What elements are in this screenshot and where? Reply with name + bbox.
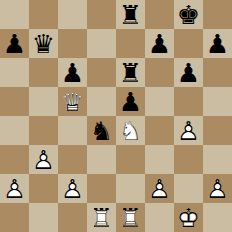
- square-d1[interactable]: ♜♖: [87, 203, 116, 232]
- square-c1[interactable]: [58, 203, 87, 232]
- square-g7[interactable]: [174, 29, 203, 58]
- square-f3[interactable]: [145, 145, 174, 174]
- piece-black-pawn: ♟: [116, 87, 145, 116]
- square-f6[interactable]: [145, 58, 174, 87]
- square-e8[interactable]: ♜: [116, 0, 145, 29]
- square-b3[interactable]: ♟♙: [29, 145, 58, 174]
- square-e3[interactable]: [116, 145, 145, 174]
- square-a1[interactable]: [0, 203, 29, 232]
- square-c7[interactable]: [58, 29, 87, 58]
- square-a3[interactable]: [0, 145, 29, 174]
- square-b1[interactable]: [29, 203, 58, 232]
- square-c2[interactable]: ♟♙: [58, 174, 87, 203]
- square-c6[interactable]: ♟: [58, 58, 87, 87]
- square-d5[interactable]: [87, 87, 116, 116]
- square-h8[interactable]: [203, 0, 232, 29]
- piece-white-pawn: ♟♙: [58, 174, 87, 203]
- square-b8[interactable]: [29, 0, 58, 29]
- piece-black-rook: ♜: [116, 0, 145, 29]
- square-a5[interactable]: [0, 87, 29, 116]
- piece-white-pawn: ♟♙: [145, 174, 174, 203]
- square-d2[interactable]: [87, 174, 116, 203]
- piece-black-rook: ♜: [116, 58, 145, 87]
- square-d8[interactable]: [87, 0, 116, 29]
- piece-black-queen: ♛: [29, 29, 58, 58]
- piece-white-rook: ♜♖: [116, 203, 145, 232]
- square-a7[interactable]: ♟: [0, 29, 29, 58]
- piece-black-pawn: ♟: [145, 29, 174, 58]
- square-e2[interactable]: [116, 174, 145, 203]
- piece-black-pawn: ♟: [0, 29, 29, 58]
- piece-white-queen: ♛♕: [58, 87, 87, 116]
- piece-black-king: ♚: [174, 0, 203, 29]
- piece-white-pawn: ♟♙: [174, 116, 203, 145]
- square-e4[interactable]: ♞♘: [116, 116, 145, 145]
- chess-board: ♜♚♟♛♟♟♟♜♟♛♕♟♞♞♘♟♙♟♙♟♙♟♙♟♙♟♙♜♖♜♖♚♔: [0, 0, 232, 232]
- square-f7[interactable]: ♟: [145, 29, 174, 58]
- square-d3[interactable]: [87, 145, 116, 174]
- piece-white-king: ♚♔: [174, 203, 203, 232]
- square-b2[interactable]: [29, 174, 58, 203]
- square-d4[interactable]: ♞: [87, 116, 116, 145]
- square-f8[interactable]: [145, 0, 174, 29]
- square-c4[interactable]: [58, 116, 87, 145]
- square-d6[interactable]: [87, 58, 116, 87]
- piece-black-pawn: ♟: [203, 29, 232, 58]
- square-e5[interactable]: ♟: [116, 87, 145, 116]
- square-b5[interactable]: [29, 87, 58, 116]
- square-e6[interactable]: ♜: [116, 58, 145, 87]
- square-h7[interactable]: ♟: [203, 29, 232, 58]
- square-f2[interactable]: ♟♙: [145, 174, 174, 203]
- square-h5[interactable]: [203, 87, 232, 116]
- piece-black-pawn: ♟: [174, 58, 203, 87]
- square-g2[interactable]: [174, 174, 203, 203]
- square-c3[interactable]: [58, 145, 87, 174]
- square-g4[interactable]: ♟♙: [174, 116, 203, 145]
- square-f5[interactable]: [145, 87, 174, 116]
- square-b7[interactable]: ♛: [29, 29, 58, 58]
- piece-white-pawn: ♟♙: [203, 174, 232, 203]
- piece-white-knight: ♞♘: [116, 116, 145, 145]
- square-g1[interactable]: ♚♔: [174, 203, 203, 232]
- square-h6[interactable]: [203, 58, 232, 87]
- square-e1[interactable]: ♜♖: [116, 203, 145, 232]
- square-a4[interactable]: [0, 116, 29, 145]
- square-a6[interactable]: [0, 58, 29, 87]
- square-h4[interactable]: [203, 116, 232, 145]
- square-b6[interactable]: [29, 58, 58, 87]
- square-h2[interactable]: ♟♙: [203, 174, 232, 203]
- square-c8[interactable]: [58, 0, 87, 29]
- square-b4[interactable]: [29, 116, 58, 145]
- piece-white-pawn: ♟♙: [0, 174, 29, 203]
- piece-black-knight: ♞: [87, 116, 116, 145]
- square-c5[interactable]: ♛♕: [58, 87, 87, 116]
- square-f4[interactable]: [145, 116, 174, 145]
- square-e7[interactable]: [116, 29, 145, 58]
- piece-white-rook: ♜♖: [87, 203, 116, 232]
- square-g8[interactable]: ♚: [174, 0, 203, 29]
- square-g3[interactable]: [174, 145, 203, 174]
- piece-white-pawn: ♟♙: [29, 145, 58, 174]
- square-h3[interactable]: [203, 145, 232, 174]
- square-d7[interactable]: [87, 29, 116, 58]
- square-h1[interactable]: [203, 203, 232, 232]
- square-g5[interactable]: [174, 87, 203, 116]
- square-a8[interactable]: [0, 0, 29, 29]
- square-f1[interactable]: [145, 203, 174, 232]
- piece-black-pawn: ♟: [58, 58, 87, 87]
- square-g6[interactable]: ♟: [174, 58, 203, 87]
- square-a2[interactable]: ♟♙: [0, 174, 29, 203]
